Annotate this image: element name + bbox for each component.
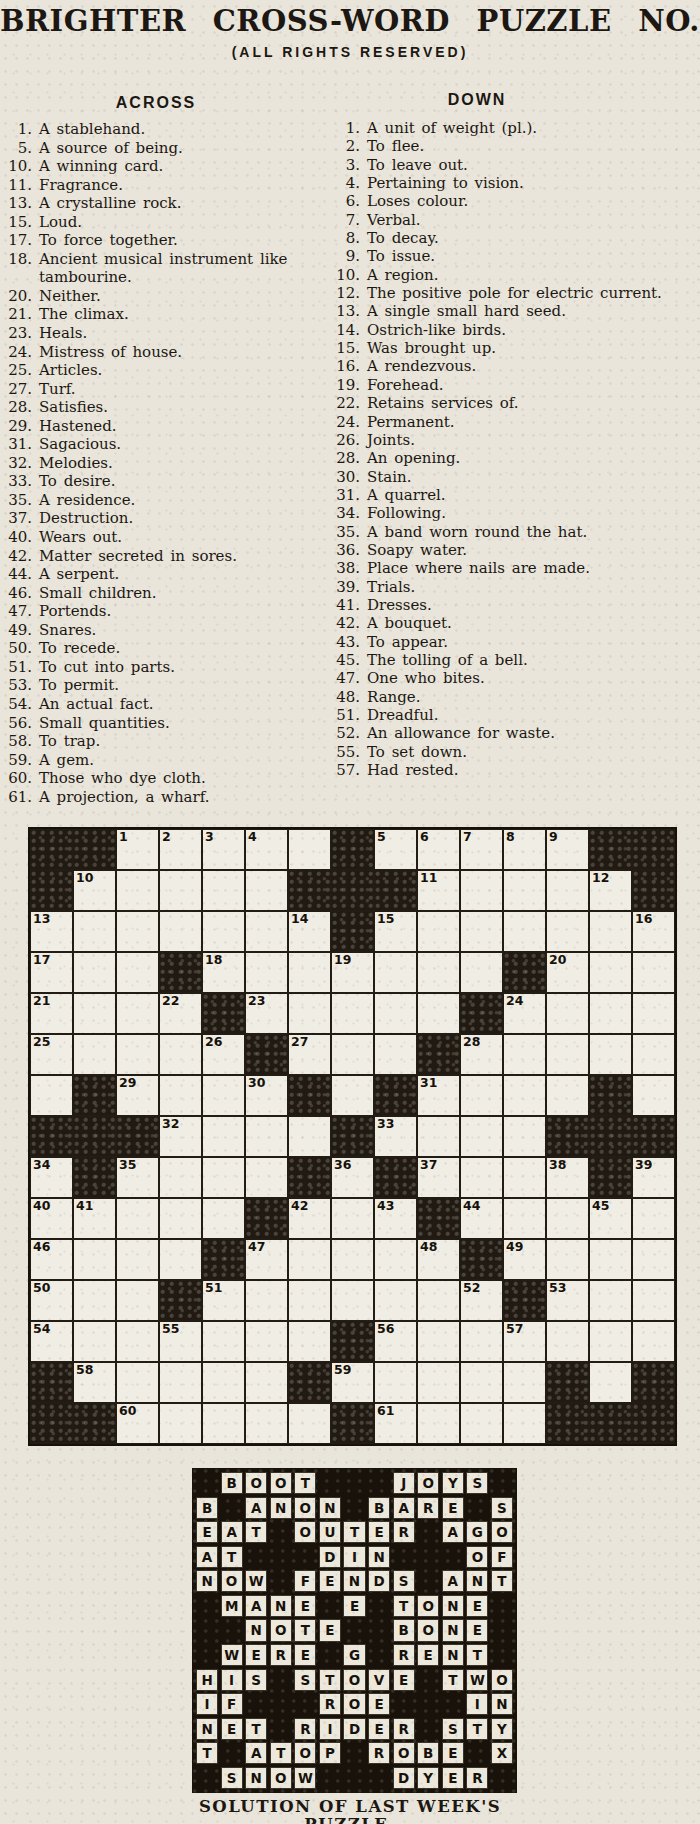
cell-r7c12[interactable] bbox=[503, 1075, 546, 1116]
cell-r10c5[interactable] bbox=[202, 1198, 245, 1239]
cell-r5c4[interactable]: 22 bbox=[159, 993, 202, 1034]
cell-r1c12[interactable]: 8 bbox=[503, 829, 546, 870]
black-cell-r2c1 bbox=[30, 870, 73, 911]
across-clue-56: 56.Small quantities. bbox=[2, 714, 314, 733]
solution-letter-cell-r10c12: I bbox=[466, 1693, 488, 1715]
clue-text: To issue. bbox=[367, 247, 698, 265]
across-clue-33: 33.To desire. bbox=[2, 472, 314, 491]
cell-r5c15[interactable] bbox=[632, 993, 675, 1034]
cell-r3c11[interactable] bbox=[460, 911, 503, 952]
across-header: ACROSS bbox=[6, 94, 306, 112]
cell-r10c4[interactable] bbox=[159, 1198, 202, 1239]
cell-r4c11[interactable] bbox=[460, 952, 503, 993]
cell-r3c5[interactable] bbox=[202, 911, 245, 952]
clue-text: Articles. bbox=[39, 361, 314, 380]
cell-r9c6[interactable] bbox=[245, 1157, 288, 1198]
cell-number-5: 5 bbox=[377, 830, 386, 844]
cell-r3c7[interactable]: 14 bbox=[288, 911, 331, 952]
clue-text: A single small hard seed. bbox=[367, 302, 698, 320]
solution-letter-cell-r3c6: U bbox=[319, 1521, 341, 1543]
solution-letter-cell-r11c2: E bbox=[221, 1718, 243, 1740]
clue-text: A winning card. bbox=[39, 157, 314, 176]
cell-r1c10[interactable]: 6 bbox=[417, 829, 460, 870]
cell-r8c12[interactable] bbox=[503, 1116, 546, 1157]
cell-r12c3[interactable] bbox=[116, 1280, 159, 1321]
solution-letter-cell-r11c6: I bbox=[319, 1718, 341, 1740]
clue-number: 27. bbox=[2, 380, 39, 399]
clue-number: 51. bbox=[2, 658, 39, 677]
black-cell-r1c15 bbox=[632, 829, 675, 870]
cell-r4c13[interactable]: 20 bbox=[546, 952, 589, 993]
clue-number: 36. bbox=[330, 541, 367, 559]
cell-r11c6[interactable]: 47 bbox=[245, 1239, 288, 1280]
cell-r2c6[interactable] bbox=[245, 870, 288, 911]
cell-r14c9[interactable] bbox=[374, 1362, 417, 1403]
solution-letter-cell-r7c12: E bbox=[466, 1619, 488, 1641]
cell-r7c13[interactable] bbox=[546, 1075, 589, 1116]
cell-r2c13[interactable] bbox=[546, 870, 589, 911]
clue-text: Dreadful. bbox=[367, 706, 698, 724]
solution-letter-cell-r3c7: T bbox=[343, 1521, 365, 1543]
black-cell-r15c8 bbox=[331, 1403, 374, 1444]
cell-r15c11[interactable] bbox=[460, 1403, 503, 1444]
cell-r2c12[interactable] bbox=[503, 870, 546, 911]
cell-r13c3[interactable] bbox=[116, 1321, 159, 1362]
clue-number: 58. bbox=[2, 732, 39, 751]
cell-r15c12[interactable] bbox=[503, 1403, 546, 1444]
cell-r13c7[interactable] bbox=[288, 1321, 331, 1362]
down-clue-16: 16.A rendezvous. bbox=[330, 357, 698, 375]
across-clue-44: 44.A serpent. bbox=[2, 565, 314, 584]
cell-r4c1[interactable]: 17 bbox=[30, 952, 73, 993]
down-clue-1: 1.A unit of weight (pl.). bbox=[330, 119, 698, 137]
solution-letter-cell-r5c13: T bbox=[491, 1570, 513, 1592]
cell-r10c3[interactable] bbox=[116, 1198, 159, 1239]
cell-r14c14[interactable] bbox=[589, 1362, 632, 1403]
solution-letter-cell-r12c9: O bbox=[393, 1742, 415, 1764]
cell-r4c2[interactable] bbox=[73, 952, 116, 993]
cell-r11c13[interactable] bbox=[546, 1239, 589, 1280]
cell-r14c4[interactable] bbox=[159, 1362, 202, 1403]
clue-text: One who bites. bbox=[367, 669, 698, 687]
solution-letter-cell-r7c9: B bbox=[393, 1619, 415, 1641]
cell-r13c11[interactable] bbox=[460, 1321, 503, 1362]
cell-r12c9[interactable] bbox=[374, 1280, 417, 1321]
black-cell-r2c7 bbox=[288, 870, 331, 911]
cell-r14c3[interactable] bbox=[116, 1362, 159, 1403]
black-cell-r8c8 bbox=[331, 1116, 374, 1157]
cell-r6c8[interactable] bbox=[331, 1034, 374, 1075]
solution-black-cell-r3c10 bbox=[417, 1521, 439, 1543]
down-clue-38: 38.Place where nails are made. bbox=[330, 559, 698, 577]
cell-r9c15[interactable]: 39 bbox=[632, 1157, 675, 1198]
cell-r12c11[interactable]: 52 bbox=[460, 1280, 503, 1321]
solution-black-cell-r11c10 bbox=[417, 1718, 439, 1740]
cell-r10c13[interactable] bbox=[546, 1198, 589, 1239]
black-cell-r11c11 bbox=[460, 1239, 503, 1280]
cell-r1c4[interactable]: 2 bbox=[159, 829, 202, 870]
cell-r15c7[interactable] bbox=[288, 1403, 331, 1444]
cell-r1c9[interactable]: 5 bbox=[374, 829, 417, 870]
cell-r11c2[interactable] bbox=[73, 1239, 116, 1280]
cell-r12c6[interactable] bbox=[245, 1280, 288, 1321]
cell-r12c13[interactable]: 53 bbox=[546, 1280, 589, 1321]
cell-r8c4[interactable]: 32 bbox=[159, 1116, 202, 1157]
cell-r4c15[interactable] bbox=[632, 952, 675, 993]
cell-r13c2[interactable] bbox=[73, 1321, 116, 1362]
cell-r1c11[interactable]: 7 bbox=[460, 829, 503, 870]
solution-letter-cell-r5c11: A bbox=[442, 1570, 464, 1592]
solution-black-cell-r12c12 bbox=[466, 1742, 488, 1764]
cell-r11c8[interactable] bbox=[331, 1239, 374, 1280]
cell-r12c2[interactable] bbox=[73, 1280, 116, 1321]
clue-text: Sagacious. bbox=[39, 435, 314, 454]
cell-r5c2[interactable] bbox=[73, 993, 116, 1034]
down-clue-3: 3.To leave out. bbox=[330, 156, 698, 174]
clue-number: 1. bbox=[2, 120, 39, 139]
cell-r6c5[interactable]: 26 bbox=[202, 1034, 245, 1075]
cell-r15c6[interactable] bbox=[245, 1403, 288, 1444]
cell-r2c10[interactable]: 11 bbox=[417, 870, 460, 911]
cell-r6c11[interactable]: 28 bbox=[460, 1034, 503, 1075]
cell-r6c14[interactable] bbox=[589, 1034, 632, 1075]
cell-r11c1[interactable]: 46 bbox=[30, 1239, 73, 1280]
cell-r2c4[interactable] bbox=[159, 870, 202, 911]
solution-black-cell-r1c7 bbox=[343, 1472, 365, 1494]
cell-r7c6[interactable]: 30 bbox=[245, 1075, 288, 1116]
cell-number-34: 34 bbox=[33, 1158, 50, 1172]
cell-r9c10[interactable]: 37 bbox=[417, 1157, 460, 1198]
across-clue-32: 32.Melodies. bbox=[2, 454, 314, 473]
cell-r4c10[interactable] bbox=[417, 952, 460, 993]
cell-r3c2[interactable] bbox=[73, 911, 116, 952]
solution-black-cell-r8c8 bbox=[368, 1644, 390, 1666]
clue-number: 26. bbox=[330, 431, 367, 449]
solution-letter-cell-r9c3: S bbox=[245, 1669, 267, 1691]
black-cell-r4c4 bbox=[159, 952, 202, 993]
cell-r11c14[interactable] bbox=[589, 1239, 632, 1280]
cell-r10c8[interactable] bbox=[331, 1198, 374, 1239]
across-clue-1: 1.A stablehand. bbox=[2, 120, 314, 139]
clue-number: 51. bbox=[330, 706, 367, 724]
cell-r6c1[interactable]: 25 bbox=[30, 1034, 73, 1075]
cell-r3c12[interactable] bbox=[503, 911, 546, 952]
cell-r15c5[interactable] bbox=[202, 1403, 245, 1444]
cell-r9c4[interactable] bbox=[159, 1157, 202, 1198]
black-cell-r7c14 bbox=[589, 1075, 632, 1116]
cell-r3c9[interactable]: 15 bbox=[374, 911, 417, 952]
cell-r6c7[interactable]: 27 bbox=[288, 1034, 331, 1075]
solution-letter-cell-r6c11: N bbox=[442, 1595, 464, 1617]
cell-r1c6[interactable]: 4 bbox=[245, 829, 288, 870]
cell-number-45: 45 bbox=[592, 1199, 609, 1213]
black-cell-r9c7 bbox=[288, 1157, 331, 1198]
clue-number: 56. bbox=[2, 714, 39, 733]
solution-black-cell-r1c13 bbox=[491, 1472, 513, 1494]
clue-text: To permit. bbox=[39, 676, 314, 695]
cell-r13c4[interactable]: 55 bbox=[159, 1321, 202, 1362]
cell-r11c12[interactable]: 49 bbox=[503, 1239, 546, 1280]
cell-r15c10[interactable] bbox=[417, 1403, 460, 1444]
clue-number: 20. bbox=[2, 287, 39, 306]
last-week-solution-grid: BOOTJOYSBANONBARESEATOUTERAGOATDINOFNOWF… bbox=[192, 1468, 517, 1793]
cell-r8c10[interactable] bbox=[417, 1116, 460, 1157]
cell-r10c14[interactable]: 45 bbox=[589, 1198, 632, 1239]
black-cell-r3c8 bbox=[331, 911, 374, 952]
down-clue-36: 36.Soapy water. bbox=[330, 541, 698, 559]
solution-letter-cell-r2c6: N bbox=[319, 1497, 341, 1519]
solution-letter-cell-r8c10: E bbox=[417, 1644, 439, 1666]
clue-number: 53. bbox=[2, 676, 39, 695]
solution-black-cell-r7c2 bbox=[221, 1619, 243, 1641]
cell-number-38: 38 bbox=[549, 1158, 566, 1172]
cell-r5c1[interactable]: 21 bbox=[30, 993, 73, 1034]
clue-text: Ancient musical instrument like tambouri… bbox=[39, 250, 314, 287]
cell-r6c2[interactable] bbox=[73, 1034, 116, 1075]
cell-r7c15[interactable] bbox=[632, 1075, 675, 1116]
cell-r7c1[interactable] bbox=[30, 1075, 73, 1116]
cell-r8c6[interactable] bbox=[245, 1116, 288, 1157]
cell-r10c11[interactable]: 44 bbox=[460, 1198, 503, 1239]
cell-number-53: 53 bbox=[549, 1281, 566, 1295]
across-clue-54: 54.An actual fact. bbox=[2, 695, 314, 714]
cell-r9c1[interactable]: 34 bbox=[30, 1157, 73, 1198]
cell-r12c5[interactable]: 51 bbox=[202, 1280, 245, 1321]
cell-r5c14[interactable] bbox=[589, 993, 632, 1034]
cell-r8c7[interactable] bbox=[288, 1116, 331, 1157]
cell-r13c14[interactable] bbox=[589, 1321, 632, 1362]
solution-letter-cell-r12c5: O bbox=[294, 1742, 316, 1764]
cell-r14c12[interactable] bbox=[503, 1362, 546, 1403]
cell-r5c8[interactable] bbox=[331, 993, 374, 1034]
clue-text: Trials. bbox=[367, 578, 698, 596]
cell-r4c6[interactable] bbox=[245, 952, 288, 993]
cell-r11c10[interactable]: 48 bbox=[417, 1239, 460, 1280]
clue-text: Destruction. bbox=[39, 509, 314, 528]
across-clue-40: 40.Wears out. bbox=[2, 528, 314, 547]
clue-number: 31. bbox=[330, 486, 367, 504]
cell-r11c3[interactable] bbox=[116, 1239, 159, 1280]
clue-number: 42. bbox=[330, 614, 367, 632]
cell-r5c3[interactable] bbox=[116, 993, 159, 1034]
cell-r14c8[interactable]: 59 bbox=[331, 1362, 374, 1403]
cell-r1c3[interactable]: 1 bbox=[116, 829, 159, 870]
cell-r13c5[interactable] bbox=[202, 1321, 245, 1362]
cell-r5c9[interactable] bbox=[374, 993, 417, 1034]
clue-number: 52. bbox=[330, 724, 367, 742]
clue-text: Small quantities. bbox=[39, 714, 314, 733]
down-clue-30: 30.Stain. bbox=[330, 468, 698, 486]
solution-black-cell-r13c13 bbox=[491, 1767, 513, 1789]
across-clue-15: 15.Loud. bbox=[2, 213, 314, 232]
cell-r12c15[interactable] bbox=[632, 1280, 675, 1321]
cell-number-51: 51 bbox=[205, 1281, 222, 1295]
cell-r13c6[interactable] bbox=[245, 1321, 288, 1362]
across-clue-24: 24.Mistress of house. bbox=[2, 343, 314, 362]
solution-black-cell-r6c13 bbox=[491, 1595, 513, 1617]
cell-r6c15[interactable] bbox=[632, 1034, 675, 1075]
cell-r3c3[interactable] bbox=[116, 911, 159, 952]
cell-r10c7[interactable]: 42 bbox=[288, 1198, 331, 1239]
solution-black-cell-r10c5 bbox=[294, 1693, 316, 1715]
cell-r4c8[interactable]: 19 bbox=[331, 952, 374, 993]
down-clue-45: 45.The tolling of a bell. bbox=[330, 651, 698, 669]
black-cell-r15c2 bbox=[73, 1403, 116, 1444]
down-clue-39: 39.Trials. bbox=[330, 578, 698, 596]
clue-number: 22. bbox=[330, 394, 367, 412]
down-clue-7: 7.Verbal. bbox=[330, 211, 698, 229]
clue-text: A projection, a wharf. bbox=[39, 788, 314, 807]
down-clue-12: 12.The positive pole for electric curren… bbox=[330, 284, 698, 302]
cell-r11c9[interactable] bbox=[374, 1239, 417, 1280]
down-clue-2: 2.To flee. bbox=[330, 137, 698, 155]
cell-r6c3[interactable] bbox=[116, 1034, 159, 1075]
solution-letter-cell-r2c10: R bbox=[417, 1497, 439, 1519]
cell-r5c6[interactable]: 23 bbox=[245, 993, 288, 1034]
cell-r4c5[interactable]: 18 bbox=[202, 952, 245, 993]
cell-r11c15[interactable] bbox=[632, 1239, 675, 1280]
cell-r9c13[interactable]: 38 bbox=[546, 1157, 589, 1198]
clue-text: The climax. bbox=[39, 305, 314, 324]
cell-number-29: 29 bbox=[119, 1076, 136, 1090]
solution-black-cell-r13c7 bbox=[343, 1767, 365, 1789]
cell-r15c4[interactable] bbox=[159, 1403, 202, 1444]
black-cell-r1c8 bbox=[331, 829, 374, 870]
cell-r3c1[interactable]: 13 bbox=[30, 911, 73, 952]
cell-r1c7[interactable] bbox=[288, 829, 331, 870]
cell-r12c7[interactable] bbox=[288, 1280, 331, 1321]
cell-r13c10[interactable] bbox=[417, 1321, 460, 1362]
solution-letter-cell-r11c8: E bbox=[368, 1718, 390, 1740]
cell-r4c14[interactable] bbox=[589, 952, 632, 993]
cell-r9c5[interactable] bbox=[202, 1157, 245, 1198]
cell-r13c9[interactable]: 56 bbox=[374, 1321, 417, 1362]
cell-r10c12[interactable] bbox=[503, 1198, 546, 1239]
cell-r14c11[interactable] bbox=[460, 1362, 503, 1403]
cell-r8c5[interactable] bbox=[202, 1116, 245, 1157]
solution-black-cell-r8c1 bbox=[196, 1644, 218, 1666]
solution-black-cell-r1c8 bbox=[368, 1472, 390, 1494]
cell-r1c13[interactable]: 9 bbox=[546, 829, 589, 870]
cell-r10c9[interactable]: 43 bbox=[374, 1198, 417, 1239]
clue-text: To set down. bbox=[367, 743, 698, 761]
cell-r7c8[interactable] bbox=[331, 1075, 374, 1116]
cell-r4c3[interactable] bbox=[116, 952, 159, 993]
cell-r14c2[interactable]: 58 bbox=[73, 1362, 116, 1403]
solution-black-cell-r12c7 bbox=[343, 1742, 365, 1764]
cell-r6c9[interactable] bbox=[374, 1034, 417, 1075]
cell-r7c5[interactable] bbox=[202, 1075, 245, 1116]
cell-r10c2[interactable]: 41 bbox=[73, 1198, 116, 1239]
cell-r3c4[interactable] bbox=[159, 911, 202, 952]
cell-r2c5[interactable] bbox=[202, 870, 245, 911]
cell-r9c11[interactable] bbox=[460, 1157, 503, 1198]
cell-r9c3[interactable]: 35 bbox=[116, 1157, 159, 1198]
cell-r7c3[interactable]: 29 bbox=[116, 1075, 159, 1116]
cell-r3c10[interactable] bbox=[417, 911, 460, 952]
solution-letter-cell-r12c4: T bbox=[270, 1742, 292, 1764]
cell-r13c15[interactable] bbox=[632, 1321, 675, 1362]
cell-r4c9[interactable] bbox=[374, 952, 417, 993]
solution-letter-cell-r10c1: I bbox=[196, 1693, 218, 1715]
cell-r12c14[interactable] bbox=[589, 1280, 632, 1321]
cell-r8c9[interactable]: 33 bbox=[374, 1116, 417, 1157]
solution-letter-cell-r12c13: X bbox=[491, 1742, 513, 1764]
solution-black-cell-r4c11 bbox=[442, 1546, 464, 1568]
cell-r9c12[interactable] bbox=[503, 1157, 546, 1198]
cell-r5c7[interactable] bbox=[288, 993, 331, 1034]
cell-number-39: 39 bbox=[635, 1158, 652, 1172]
cell-r1c5[interactable]: 3 bbox=[202, 829, 245, 870]
cell-r15c3[interactable]: 60 bbox=[116, 1403, 159, 1444]
cell-r6c12[interactable] bbox=[503, 1034, 546, 1075]
down-clue-47: 47.One who bites. bbox=[330, 669, 698, 687]
cell-r3c13[interactable] bbox=[546, 911, 589, 952]
cell-r2c3[interactable] bbox=[116, 870, 159, 911]
solution-letter-cell-r5c6: E bbox=[319, 1570, 341, 1592]
cell-r6c4[interactable] bbox=[159, 1034, 202, 1075]
clue-text: A residence. bbox=[39, 491, 314, 510]
clue-text: Small children. bbox=[39, 584, 314, 603]
cell-r7c11[interactable] bbox=[460, 1075, 503, 1116]
cell-r2c14[interactable]: 12 bbox=[589, 870, 632, 911]
solution-black-cell-r7c8 bbox=[368, 1619, 390, 1641]
cell-r13c13[interactable] bbox=[546, 1321, 589, 1362]
cell-r10c15[interactable] bbox=[632, 1198, 675, 1239]
cell-r11c7[interactable] bbox=[288, 1239, 331, 1280]
solution-letter-cell-r6c12: E bbox=[466, 1595, 488, 1617]
cell-r11c4[interactable] bbox=[159, 1239, 202, 1280]
cell-r7c10[interactable]: 31 bbox=[417, 1075, 460, 1116]
solution-letter-cell-r6c4: N bbox=[270, 1595, 292, 1617]
cell-r14c10[interactable] bbox=[417, 1362, 460, 1403]
cell-r12c8[interactable] bbox=[331, 1280, 374, 1321]
cell-r8c11[interactable] bbox=[460, 1116, 503, 1157]
clue-text: An opening. bbox=[367, 449, 698, 467]
cell-r5c12[interactable]: 24 bbox=[503, 993, 546, 1034]
cell-r7c4[interactable] bbox=[159, 1075, 202, 1116]
cell-r2c2[interactable]: 10 bbox=[73, 870, 116, 911]
cell-r12c1[interactable]: 50 bbox=[30, 1280, 73, 1321]
cell-r13c12[interactable]: 57 bbox=[503, 1321, 546, 1362]
cell-r9c8[interactable]: 36 bbox=[331, 1157, 374, 1198]
cell-r15c9[interactable]: 61 bbox=[374, 1403, 417, 1444]
cell-r13c1[interactable]: 54 bbox=[30, 1321, 73, 1362]
clue-text: Following. bbox=[367, 504, 698, 522]
cell-r14c5[interactable] bbox=[202, 1362, 245, 1403]
solution-letter-cell-r3c9: R bbox=[393, 1521, 415, 1543]
down-clue-list: 1.A unit of weight (pl.).2.To flee.3.To … bbox=[330, 119, 698, 779]
clue-number: 31. bbox=[2, 435, 39, 454]
cell-r5c10[interactable] bbox=[417, 993, 460, 1034]
cell-r3c15[interactable]: 16 bbox=[632, 911, 675, 952]
solution-letter-cell-r3c3: T bbox=[245, 1521, 267, 1543]
cell-r4c7[interactable] bbox=[288, 952, 331, 993]
cell-r14c6[interactable] bbox=[245, 1362, 288, 1403]
cell-r3c6[interactable] bbox=[245, 911, 288, 952]
solution-black-cell-r2c7 bbox=[343, 1497, 365, 1519]
cell-r3c14[interactable] bbox=[589, 911, 632, 952]
cell-r10c1[interactable]: 40 bbox=[30, 1198, 73, 1239]
clue-number: 35. bbox=[330, 523, 367, 541]
cell-r12c10[interactable] bbox=[417, 1280, 460, 1321]
cell-r5c13[interactable] bbox=[546, 993, 589, 1034]
clue-text: Satisfies. bbox=[39, 398, 314, 417]
solution-letter-cell-r5c2: O bbox=[221, 1570, 243, 1592]
cell-r6c13[interactable] bbox=[546, 1034, 589, 1075]
black-cell-r11c5 bbox=[202, 1239, 245, 1280]
cell-r2c11[interactable] bbox=[460, 870, 503, 911]
